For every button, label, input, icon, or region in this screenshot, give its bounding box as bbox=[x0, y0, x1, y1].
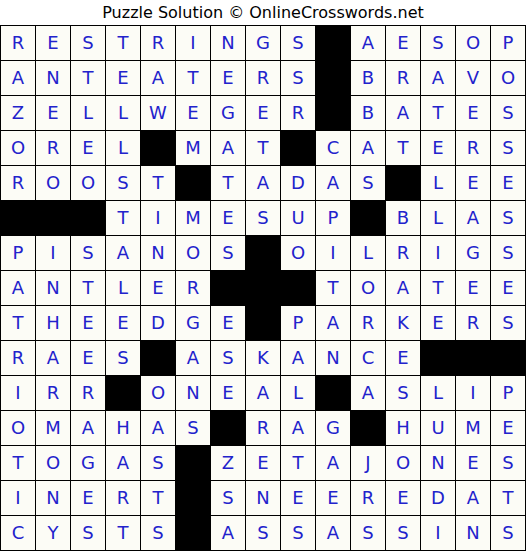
letter-cell-r4-c6: M bbox=[176, 131, 210, 165]
letter-cell-r10-c3: E bbox=[71, 341, 105, 375]
letter-cell-r12-c3: A bbox=[71, 411, 105, 445]
block-cell-r10-c14 bbox=[456, 341, 490, 375]
letter-cell-r3-c11: B bbox=[351, 96, 385, 130]
letter-cell-r7-c10: I bbox=[316, 236, 350, 270]
letter-cell-r2-c13: A bbox=[421, 61, 455, 95]
block-cell-r1-c10 bbox=[316, 26, 350, 60]
block-cell-r12-c11 bbox=[351, 411, 385, 445]
letter-cell-r15-c4: T bbox=[106, 516, 140, 550]
letter-cell-r3-c8: E bbox=[246, 96, 280, 130]
letter-cell-r9-c6: G bbox=[176, 306, 210, 340]
letter-cell-r8-c13: T bbox=[421, 271, 455, 305]
letter-cell-r14-c9: E bbox=[281, 481, 315, 515]
letter-cell-r12-c1: O bbox=[1, 411, 35, 445]
letter-cell-r11-c6: N bbox=[176, 376, 210, 410]
letter-cell-r7-c13: I bbox=[421, 236, 455, 270]
letter-cell-r11-c15: P bbox=[491, 376, 525, 410]
letter-cell-r1-c4: T bbox=[106, 26, 140, 60]
letter-cell-r3-c14: E bbox=[456, 96, 490, 130]
letter-cell-r4-c15: S bbox=[491, 131, 525, 165]
letter-cell-r13-c15: S bbox=[491, 446, 525, 480]
letter-cell-r15-c2: Y bbox=[36, 516, 70, 550]
block-cell-r4-c5 bbox=[141, 131, 175, 165]
letter-cell-r10-c4: S bbox=[106, 341, 140, 375]
block-cell-r6-c3 bbox=[71, 201, 105, 235]
block-cell-r8-c7 bbox=[211, 271, 245, 305]
letter-cell-r3-c1: Z bbox=[1, 96, 35, 130]
letter-cell-r8-c12: A bbox=[386, 271, 420, 305]
block-cell-r12-c7 bbox=[211, 411, 245, 445]
letter-cell-r4-c12: T bbox=[386, 131, 420, 165]
letter-cell-r3-c2: E bbox=[36, 96, 70, 130]
block-cell-r10-c13 bbox=[421, 341, 455, 375]
letter-cell-r2-c11: B bbox=[351, 61, 385, 95]
letter-cell-r6-c8: S bbox=[246, 201, 280, 235]
block-cell-r9-c8 bbox=[246, 306, 280, 340]
letter-cell-r5-c1: R bbox=[1, 166, 35, 200]
letter-cell-r4-c13: E bbox=[421, 131, 455, 165]
letter-cell-r13-c2: O bbox=[36, 446, 70, 480]
letter-cell-r14-c1: I bbox=[1, 481, 35, 515]
letter-cell-r13-c12: O bbox=[386, 446, 420, 480]
letter-cell-r6-c4: T bbox=[106, 201, 140, 235]
letter-cell-r15-c11: S bbox=[351, 516, 385, 550]
letter-cell-r1-c13: S bbox=[421, 26, 455, 60]
block-cell-r10-c15 bbox=[491, 341, 525, 375]
letter-cell-r7-c14: G bbox=[456, 236, 490, 270]
letter-cell-r9-c3: E bbox=[71, 306, 105, 340]
block-cell-r2-c10 bbox=[316, 61, 350, 95]
letter-cell-r9-c7: E bbox=[211, 306, 245, 340]
letter-cell-r13-c7: Z bbox=[211, 446, 245, 480]
letter-cell-r15-c12: S bbox=[386, 516, 420, 550]
letter-cell-r7-c12: R bbox=[386, 236, 420, 270]
letter-cell-r2-c8: R bbox=[246, 61, 280, 95]
letter-cell-r9-c4: E bbox=[106, 306, 140, 340]
letter-cell-r9-c13: E bbox=[421, 306, 455, 340]
letter-cell-r6-c13: L bbox=[421, 201, 455, 235]
letter-cell-r8-c4: L bbox=[106, 271, 140, 305]
letter-cell-r1-c5: R bbox=[141, 26, 175, 60]
letter-cell-r14-c12: E bbox=[386, 481, 420, 515]
letter-cell-r4-c7: A bbox=[211, 131, 245, 165]
letter-cell-r6-c10: P bbox=[316, 201, 350, 235]
block-cell-r13-c6 bbox=[176, 446, 210, 480]
letter-cell-r2-c15: O bbox=[491, 61, 525, 95]
letter-cell-r13-c5: S bbox=[141, 446, 175, 480]
letter-cell-r13-c13: N bbox=[421, 446, 455, 480]
letter-cell-r10-c9: A bbox=[281, 341, 315, 375]
letter-cell-r5-c10: A bbox=[316, 166, 350, 200]
letter-cell-r11-c9: L bbox=[281, 376, 315, 410]
letter-cell-r1-c15: P bbox=[491, 26, 525, 60]
letter-cell-r1-c7: N bbox=[211, 26, 245, 60]
letter-cell-r12-c4: H bbox=[106, 411, 140, 445]
letter-cell-r4-c11: A bbox=[351, 131, 385, 165]
letter-cell-r2-c3: T bbox=[71, 61, 105, 95]
letter-cell-r6-c7: E bbox=[211, 201, 245, 235]
block-cell-r11-c10 bbox=[316, 376, 350, 410]
letter-cell-r2-c9: S bbox=[281, 61, 315, 95]
page-title: Puzzle Solution © OnlineCrosswords.net bbox=[0, 0, 526, 25]
letter-cell-r5-c4: S bbox=[106, 166, 140, 200]
letter-cell-r3-c5: W bbox=[141, 96, 175, 130]
letter-cell-r12-c10: G bbox=[316, 411, 350, 445]
letter-cell-r13-c9: T bbox=[281, 446, 315, 480]
letter-cell-r9-c12: K bbox=[386, 306, 420, 340]
letter-cell-r7-c2: I bbox=[36, 236, 70, 270]
letter-cell-r15-c5: S bbox=[141, 516, 175, 550]
letter-cell-r5-c13: L bbox=[421, 166, 455, 200]
letter-cell-r6-c9: U bbox=[281, 201, 315, 235]
letter-cell-r3-c15: S bbox=[491, 96, 525, 130]
block-cell-r5-c6 bbox=[176, 166, 210, 200]
letter-cell-r15-c9: S bbox=[281, 516, 315, 550]
letter-cell-r14-c10: E bbox=[316, 481, 350, 515]
block-cell-r7-c8 bbox=[246, 236, 280, 270]
letter-cell-r13-c10: A bbox=[316, 446, 350, 480]
letter-cell-r2-c1: A bbox=[1, 61, 35, 95]
letter-cell-r15-c1: C bbox=[1, 516, 35, 550]
letter-cell-r13-c1: T bbox=[1, 446, 35, 480]
letter-cell-r6-c5: I bbox=[141, 201, 175, 235]
letter-cell-r4-c14: R bbox=[456, 131, 490, 165]
letter-cell-r3-c9: R bbox=[281, 96, 315, 130]
letter-cell-r15-c7: A bbox=[211, 516, 245, 550]
block-cell-r3-c10 bbox=[316, 96, 350, 130]
letter-cell-r10-c11: C bbox=[351, 341, 385, 375]
letter-cell-r2-c6: T bbox=[176, 61, 210, 95]
letter-cell-r14-c7: S bbox=[211, 481, 245, 515]
letter-cell-r13-c11: J bbox=[351, 446, 385, 480]
letter-cell-r15-c8: S bbox=[246, 516, 280, 550]
letter-cell-r8-c3: T bbox=[71, 271, 105, 305]
letter-cell-r5-c14: E bbox=[456, 166, 490, 200]
letter-cell-r13-c8: E bbox=[246, 446, 280, 480]
block-cell-r4-c9 bbox=[281, 131, 315, 165]
letter-cell-r8-c14: E bbox=[456, 271, 490, 305]
letter-cell-r4-c1: O bbox=[1, 131, 35, 165]
letter-cell-r7-c3: S bbox=[71, 236, 105, 270]
letter-cell-r10-c1: R bbox=[1, 341, 35, 375]
letter-cell-r7-c5: N bbox=[141, 236, 175, 270]
letter-cell-r14-c3: E bbox=[71, 481, 105, 515]
letter-cell-r9-c14: R bbox=[456, 306, 490, 340]
letter-cell-r15-c14: N bbox=[456, 516, 490, 550]
letter-cell-r8-c6: R bbox=[176, 271, 210, 305]
letter-cell-r11-c1: I bbox=[1, 376, 35, 410]
letter-cell-r14-c4: R bbox=[106, 481, 140, 515]
crossword-grid: RESTRINGSAESOPANTEATERSBRAVOZELLWEGERBAT… bbox=[0, 25, 526, 551]
letter-cell-r6-c15: S bbox=[491, 201, 525, 235]
letter-cell-r15-c13: I bbox=[421, 516, 455, 550]
letter-cell-r9-c1: T bbox=[1, 306, 35, 340]
letter-cell-r11-c12: S bbox=[386, 376, 420, 410]
letter-cell-r6-c12: B bbox=[386, 201, 420, 235]
letter-cell-r14-c8: N bbox=[246, 481, 280, 515]
letter-cell-r7-c7: S bbox=[211, 236, 245, 270]
block-cell-r8-c9 bbox=[281, 271, 315, 305]
letter-cell-r8-c1: A bbox=[1, 271, 35, 305]
letter-cell-r5-c5: T bbox=[141, 166, 175, 200]
letter-cell-r11-c14: I bbox=[456, 376, 490, 410]
letter-cell-r5-c9: D bbox=[281, 166, 315, 200]
block-cell-r14-c6 bbox=[176, 481, 210, 515]
letter-cell-r12-c5: A bbox=[141, 411, 175, 445]
letter-cell-r2-c12: R bbox=[386, 61, 420, 95]
block-cell-r5-c12 bbox=[386, 166, 420, 200]
letter-cell-r10-c12: E bbox=[386, 341, 420, 375]
letter-cell-r9-c2: H bbox=[36, 306, 70, 340]
letter-cell-r4-c2: R bbox=[36, 131, 70, 165]
block-cell-r11-c4 bbox=[106, 376, 140, 410]
letter-cell-r1-c2: E bbox=[36, 26, 70, 60]
letter-cell-r4-c8: T bbox=[246, 131, 280, 165]
letter-cell-r1-c14: O bbox=[456, 26, 490, 60]
letter-cell-r2-c7: E bbox=[211, 61, 245, 95]
letter-cell-r8-c11: O bbox=[351, 271, 385, 305]
letter-cell-r7-c4: A bbox=[106, 236, 140, 270]
letter-cell-r3-c12: A bbox=[386, 96, 420, 130]
letter-cell-r12-c14: M bbox=[456, 411, 490, 445]
letter-cell-r13-c3: G bbox=[71, 446, 105, 480]
letter-cell-r14-c2: N bbox=[36, 481, 70, 515]
letter-cell-r15-c3: S bbox=[71, 516, 105, 550]
letter-cell-r4-c4: L bbox=[106, 131, 140, 165]
letter-cell-r1-c8: G bbox=[246, 26, 280, 60]
letter-cell-r14-c13: D bbox=[421, 481, 455, 515]
letter-cell-r11-c8: A bbox=[246, 376, 280, 410]
letter-cell-r5-c8: A bbox=[246, 166, 280, 200]
letter-cell-r12-c6: S bbox=[176, 411, 210, 445]
letter-cell-r11-c3: R bbox=[71, 376, 105, 410]
block-cell-r10-c5 bbox=[141, 341, 175, 375]
block-cell-r6-c2 bbox=[36, 201, 70, 235]
letter-cell-r3-c4: L bbox=[106, 96, 140, 130]
letter-cell-r6-c14: A bbox=[456, 201, 490, 235]
letter-cell-r1-c11: A bbox=[351, 26, 385, 60]
letter-cell-r8-c15: E bbox=[491, 271, 525, 305]
letter-cell-r5-c7: T bbox=[211, 166, 245, 200]
letter-cell-r1-c6: I bbox=[176, 26, 210, 60]
letter-cell-r1-c1: R bbox=[1, 26, 35, 60]
letter-cell-r13-c14: E bbox=[456, 446, 490, 480]
letter-cell-r12-c13: U bbox=[421, 411, 455, 445]
letter-cell-r9-c5: D bbox=[141, 306, 175, 340]
letter-cell-r11-c5: O bbox=[141, 376, 175, 410]
letter-cell-r11-c13: L bbox=[421, 376, 455, 410]
letter-cell-r14-c5: T bbox=[141, 481, 175, 515]
letter-cell-r1-c12: E bbox=[386, 26, 420, 60]
letter-cell-r14-c14: A bbox=[456, 481, 490, 515]
letter-cell-r15-c15: S bbox=[491, 516, 525, 550]
block-cell-r15-c6 bbox=[176, 516, 210, 550]
block-cell-r6-c11 bbox=[351, 201, 385, 235]
letter-cell-r7-c15: S bbox=[491, 236, 525, 270]
letter-cell-r9-c15: S bbox=[491, 306, 525, 340]
letter-cell-r10-c6: A bbox=[176, 341, 210, 375]
letter-cell-r11-c11: A bbox=[351, 376, 385, 410]
letter-cell-r1-c3: S bbox=[71, 26, 105, 60]
letter-cell-r3-c6: E bbox=[176, 96, 210, 130]
letter-cell-r12-c12: H bbox=[386, 411, 420, 445]
letter-cell-r14-c15: T bbox=[491, 481, 525, 515]
block-cell-r8-c8 bbox=[246, 271, 280, 305]
letter-cell-r10-c2: A bbox=[36, 341, 70, 375]
letter-cell-r2-c14: V bbox=[456, 61, 490, 95]
letter-cell-r5-c15: E bbox=[491, 166, 525, 200]
letter-cell-r5-c3: O bbox=[71, 166, 105, 200]
letter-cell-r15-c10: A bbox=[316, 516, 350, 550]
letter-cell-r9-c10: A bbox=[316, 306, 350, 340]
letter-cell-r5-c11: S bbox=[351, 166, 385, 200]
letter-cell-r2-c4: E bbox=[106, 61, 140, 95]
block-cell-r6-c1 bbox=[1, 201, 35, 235]
letter-cell-r3-c3: L bbox=[71, 96, 105, 130]
letter-cell-r7-c11: L bbox=[351, 236, 385, 270]
letter-cell-r4-c10: C bbox=[316, 131, 350, 165]
letter-cell-r13-c4: A bbox=[106, 446, 140, 480]
letter-cell-r6-c6: M bbox=[176, 201, 210, 235]
letter-cell-r7-c6: O bbox=[176, 236, 210, 270]
letter-cell-r11-c2: R bbox=[36, 376, 70, 410]
letter-cell-r10-c7: S bbox=[211, 341, 245, 375]
letter-cell-r9-c11: R bbox=[351, 306, 385, 340]
letter-cell-r2-c5: A bbox=[141, 61, 175, 95]
letter-cell-r12-c15: E bbox=[491, 411, 525, 445]
letter-cell-r8-c2: N bbox=[36, 271, 70, 305]
letter-cell-r10-c8: K bbox=[246, 341, 280, 375]
letter-cell-r3-c7: G bbox=[211, 96, 245, 130]
letter-cell-r1-c9: S bbox=[281, 26, 315, 60]
letter-cell-r12-c8: R bbox=[246, 411, 280, 445]
letter-cell-r8-c5: E bbox=[141, 271, 175, 305]
letter-cell-r7-c1: P bbox=[1, 236, 35, 270]
letter-cell-r10-c10: N bbox=[316, 341, 350, 375]
letter-cell-r12-c2: M bbox=[36, 411, 70, 445]
letter-cell-r5-c2: O bbox=[36, 166, 70, 200]
letter-cell-r7-c9: O bbox=[281, 236, 315, 270]
letter-cell-r3-c13: T bbox=[421, 96, 455, 130]
letter-cell-r9-c9: P bbox=[281, 306, 315, 340]
letter-cell-r14-c11: R bbox=[351, 481, 385, 515]
letter-cell-r11-c7: E bbox=[211, 376, 245, 410]
letter-cell-r2-c2: N bbox=[36, 61, 70, 95]
letter-cell-r4-c3: E bbox=[71, 131, 105, 165]
letter-cell-r12-c9: A bbox=[281, 411, 315, 445]
letter-cell-r8-c10: T bbox=[316, 271, 350, 305]
